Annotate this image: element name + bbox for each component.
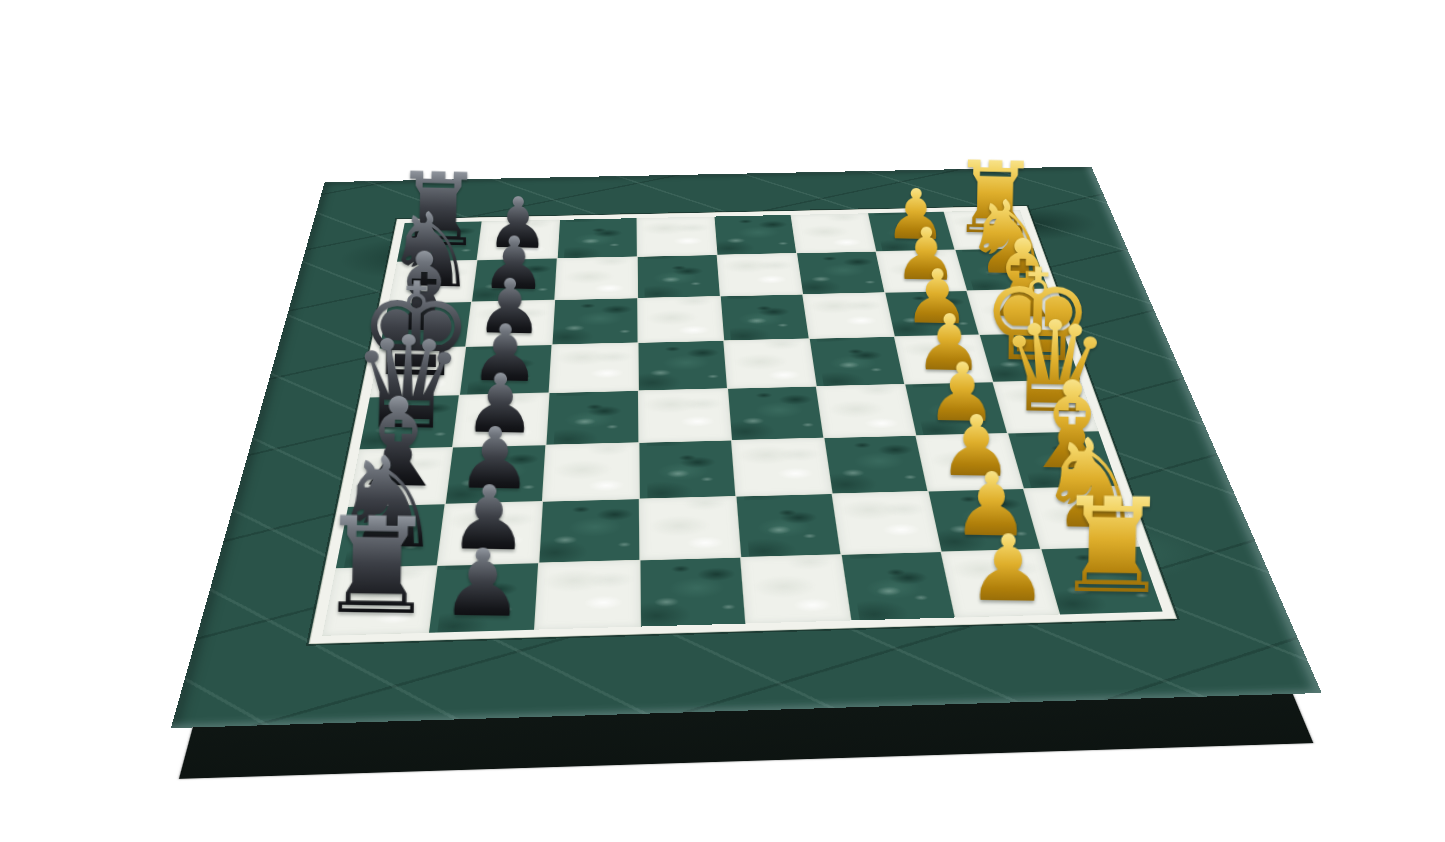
square-h2[interactable]: ♟ — [868, 212, 954, 251]
square-f5[interactable] — [638, 296, 723, 342]
square-b6[interactable] — [539, 499, 639, 562]
piece-white-knight-g1[interactable]: ♞ — [962, 186, 1054, 289]
square-g5[interactable] — [638, 255, 720, 298]
square-b5[interactable] — [640, 497, 740, 560]
square-g2[interactable]: ♟ — [876, 250, 966, 292]
piece-black-rook-a8[interactable]: ♜ — [315, 498, 438, 633]
square-f6[interactable] — [553, 298, 638, 344]
square-h7[interactable]: ♟ — [477, 220, 559, 260]
square-b4[interactable] — [736, 494, 840, 557]
product-photo: ♜♟♟♜♞♟♟♞♝♟♟♝♚♟♟♚♛♟♟♛♝♟♟♝♞♟♟♞♜♟♟♜ — [0, 0, 1445, 842]
square-e6[interactable] — [550, 343, 638, 393]
square-e4[interactable] — [724, 339, 815, 388]
square-c6[interactable] — [543, 443, 639, 501]
piece-white-pawn-h2[interactable]: ♟ — [884, 179, 947, 250]
square-h5[interactable] — [637, 217, 716, 257]
piece-white-rook-a1[interactable]: ♜ — [1052, 479, 1171, 612]
square-g3[interactable] — [797, 252, 884, 294]
square-b3[interactable] — [833, 492, 941, 555]
piece-black-pawn-g7[interactable]: ♟ — [481, 226, 548, 300]
square-h6[interactable] — [558, 218, 637, 258]
chess-board-frame: ♜♟♟♜♞♟♟♞♝♟♟♝♚♟♟♚♛♟♟♛♝♟♟♝♞♟♟♞♜♟♟♜ — [171, 167, 1322, 729]
square-h1[interactable]: ♜ — [945, 210, 1034, 249]
square-c4[interactable] — [732, 438, 831, 496]
piece-white-pawn-g2[interactable]: ♟ — [893, 218, 959, 291]
square-d6[interactable] — [546, 391, 638, 445]
board-border-line: ♜♟♟♜♞♟♟♞♝♟♟♝♚♟♟♚♛♟♟♛♝♟♟♝♞♟♟♞♜♟♟♜ — [309, 206, 1177, 644]
square-g7[interactable]: ♟ — [472, 259, 557, 302]
piece-black-pawn-h7[interactable]: ♟ — [486, 187, 550, 258]
square-a8[interactable]: ♜ — [322, 566, 436, 636]
square-d4[interactable] — [728, 387, 823, 440]
square-c5[interactable] — [639, 441, 735, 499]
square-f4[interactable] — [721, 295, 809, 341]
piece-white-pawn-a2[interactable]: ♟ — [966, 522, 1050, 615]
board-stage: ♜♟♟♜♞♟♟♞♝♟♟♝♚♟♟♚♛♟♟♛♝♟♟♝♞♟♟♞♜♟♟♜ — [267, 0, 1188, 842]
square-a6[interactable] — [535, 560, 640, 629]
square-a2[interactable]: ♟ — [942, 549, 1059, 617]
square-a4[interactable] — [741, 555, 850, 624]
square-h4[interactable] — [715, 215, 797, 255]
piece-white-rook-h1[interactable]: ♜ — [950, 147, 1041, 249]
piece-black-pawn-a7[interactable]: ♟ — [440, 536, 525, 630]
square-e3[interactable] — [810, 337, 904, 386]
square-g6[interactable] — [555, 257, 637, 300]
square-g1[interactable]: ♞ — [955, 248, 1047, 290]
piece-white-pawn-f2[interactable]: ♟ — [903, 259, 971, 335]
square-a1[interactable]: ♜ — [1041, 547, 1162, 615]
square-d3[interactable] — [817, 384, 915, 437]
square-c3[interactable] — [824, 436, 927, 494]
square-a3[interactable] — [842, 552, 955, 620]
square-f3[interactable] — [803, 293, 894, 339]
square-d5[interactable] — [639, 389, 731, 442]
square-h3[interactable] — [791, 213, 875, 253]
chess-board: ♜♟♟♜♞♟♟♞♝♟♟♝♚♟♟♚♛♟♟♛♝♟♟♝♞♟♟♞♜♟♟♜ — [322, 210, 1162, 636]
square-a5[interactable] — [640, 558, 745, 627]
square-a7[interactable]: ♟ — [429, 563, 538, 632]
square-f2[interactable]: ♟ — [885, 291, 978, 336]
square-g4[interactable] — [718, 253, 803, 296]
piece-black-rook-h8[interactable]: ♜ — [392, 158, 485, 261]
square-e5[interactable] — [639, 341, 727, 390]
